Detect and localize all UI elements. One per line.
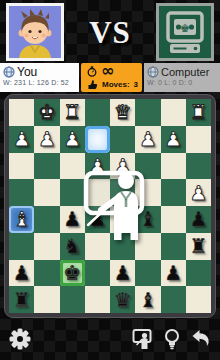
square-b2[interactable]: ♟ <box>161 126 186 153</box>
black-rook[interactable]: ♜ <box>9 286 34 313</box>
square-c5[interactable]: ♝ <box>135 206 160 233</box>
square-b5[interactable] <box>161 206 186 233</box>
square-g1[interactable]: ♚ <box>34 99 59 126</box>
white-pawn[interactable]: ♟ <box>34 126 59 153</box>
square-h2[interactable]: ♟ <box>9 126 34 153</box>
black-pawn[interactable]: ♟ <box>161 260 186 287</box>
square-g8[interactable] <box>34 286 59 313</box>
square-f6[interactable]: ♞ <box>60 233 85 260</box>
info-bar: You W: 231 L: 126 D: 52 ∞ Moves: 3 <box>0 63 220 92</box>
globe-icon <box>147 66 159 78</box>
opponent-stats: W: 0 L: 0 D: 0 <box>147 79 217 86</box>
square-d2[interactable] <box>110 126 135 153</box>
white-bishop[interactable]: ♝ <box>9 206 34 233</box>
square-a4[interactable]: ♟ <box>186 179 211 206</box>
square-d6[interactable] <box>110 233 135 260</box>
square-f4[interactable] <box>60 179 85 206</box>
square-f3[interactable] <box>60 153 85 180</box>
board-frame: ♚♜♛♜♟♟♟♟♟♟♟♟♝♟♟♝♟♞♜♟♚♟♟♜♛♝ <box>4 94 216 318</box>
player-name: You <box>17 65 37 79</box>
square-g7[interactable] <box>34 260 59 287</box>
square-d8[interactable]: ♛ <box>110 286 135 313</box>
square-e1[interactable] <box>85 99 110 126</box>
gear-icon <box>9 328 31 350</box>
player-stats: W: 231 L: 126 D: 52 <box>3 79 76 86</box>
white-pawn[interactable]: ♟ <box>135 126 160 153</box>
undo-button[interactable] <box>190 328 212 350</box>
square-a7[interactable] <box>186 260 211 287</box>
player-card: You W: 231 L: 126 D: 52 <box>0 63 79 92</box>
black-knight[interactable]: ♞ <box>60 233 85 260</box>
square-d1[interactable]: ♛ <box>110 99 135 126</box>
moves-value: 3 <box>134 80 138 89</box>
square-e4[interactable] <box>85 179 110 206</box>
square-h5[interactable]: ♝ <box>9 206 34 233</box>
white-pawn[interactable]: ♟ <box>110 153 135 180</box>
black-bishop[interactable]: ♝ <box>135 286 160 313</box>
square-d4[interactable] <box>110 179 135 206</box>
bottom-toolbar <box>0 318 220 360</box>
square-e6[interactable] <box>85 233 110 260</box>
square-e8[interactable] <box>85 286 110 313</box>
white-rook[interactable]: ♜ <box>186 99 211 126</box>
square-g2[interactable]: ♟ <box>34 126 59 153</box>
square-c7[interactable] <box>135 260 160 287</box>
square-e5[interactable]: ♟ <box>85 206 110 233</box>
square-b1[interactable] <box>161 99 186 126</box>
computer-avatar: ♚ <box>156 3 214 61</box>
square-g6[interactable] <box>34 233 59 260</box>
white-rook[interactable]: ♜ <box>60 99 85 126</box>
svg-text:♚: ♚ <box>180 22 190 35</box>
square-b6[interactable] <box>161 233 186 260</box>
white-king[interactable]: ♚ <box>34 99 59 126</box>
square-e7[interactable] <box>85 260 110 287</box>
square-a5[interactable]: ♟ <box>186 206 211 233</box>
hand-icon <box>87 79 98 90</box>
square-a3[interactable] <box>186 153 211 180</box>
stopwatch-icon <box>87 66 97 77</box>
square-b3[interactable] <box>161 153 186 180</box>
square-h8[interactable]: ♜ <box>9 286 34 313</box>
black-queen[interactable]: ♛ <box>110 286 135 313</box>
chess-app: VS ♚ You <box>0 0 220 360</box>
globe-icon <box>3 66 15 78</box>
black-rook[interactable]: ♜ <box>186 233 211 260</box>
black-pawn[interactable]: ♟ <box>9 260 34 287</box>
square-c3[interactable] <box>135 153 160 180</box>
white-pawn[interactable]: ♟ <box>60 126 85 153</box>
square-h3[interactable] <box>9 153 34 180</box>
white-queen[interactable]: ♛ <box>110 99 135 126</box>
square-c6[interactable] <box>135 233 160 260</box>
white-pawn[interactable]: ♟ <box>161 126 186 153</box>
black-bishop[interactable]: ♝ <box>135 206 160 233</box>
black-king[interactable]: ♚ <box>60 260 85 287</box>
square-b8[interactable] <box>161 286 186 313</box>
square-a6[interactable]: ♜ <box>186 233 211 260</box>
square-h6[interactable] <box>9 233 34 260</box>
square-c2[interactable]: ♟ <box>135 126 160 153</box>
white-pawn[interactable]: ♟ <box>186 179 211 206</box>
tutor-board-icon <box>132 328 154 350</box>
square-a2[interactable] <box>186 126 211 153</box>
hint-button[interactable] <box>161 328 183 350</box>
black-pawn[interactable]: ♟ <box>85 206 110 233</box>
opponent-name: Computer <box>161 66 209 78</box>
square-c4[interactable] <box>135 179 160 206</box>
square-g3[interactable] <box>34 153 59 180</box>
white-pawn[interactable]: ♟ <box>85 153 110 180</box>
square-f5[interactable]: ♟ <box>60 206 85 233</box>
white-pawn[interactable]: ♟ <box>9 126 34 153</box>
square-g5[interactable] <box>34 206 59 233</box>
chess-board: ♚♜♛♜♟♟♟♟♟♟♟♟♝♟♟♝♟♞♜♟♚♟♟♜♛♝ <box>9 99 211 313</box>
square-d3[interactable]: ♟ <box>110 153 135 180</box>
square-f1[interactable]: ♜ <box>60 99 85 126</box>
square-c8[interactable]: ♝ <box>135 286 160 313</box>
settings-button[interactable] <box>9 328 31 350</box>
square-g4[interactable] <box>34 179 59 206</box>
black-pawn[interactable]: ♟ <box>110 260 135 287</box>
header: VS ♚ <box>0 0 220 63</box>
square-b7[interactable]: ♟ <box>161 260 186 287</box>
infinite-time-symbol: ∞ <box>101 65 114 77</box>
square-b4[interactable] <box>161 179 186 206</box>
square-e3[interactable]: ♟ <box>85 153 110 180</box>
square-f7[interactable]: ♚ <box>60 260 85 287</box>
timer-moves-card: ∞ Moves: 3 <box>81 63 142 92</box>
square-c1[interactable] <box>135 99 160 126</box>
square-h1[interactable] <box>9 99 34 126</box>
square-h4[interactable] <box>9 179 34 206</box>
square-a8[interactable] <box>186 286 211 313</box>
square-f2[interactable]: ♟ <box>60 126 85 153</box>
square-d5[interactable] <box>110 206 135 233</box>
moves-label: Moves: <box>102 80 130 89</box>
square-h7[interactable]: ♟ <box>9 260 34 287</box>
black-pawn[interactable]: ♟ <box>60 206 85 233</box>
undo-arrow-icon <box>190 328 212 350</box>
square-e2[interactable] <box>85 126 110 153</box>
lightbulb-icon <box>161 328 183 350</box>
opponent-card: Computer W: 0 L: 0 D: 0 <box>144 63 220 92</box>
black-pawn[interactable]: ♟ <box>186 206 211 233</box>
square-a1[interactable]: ♜ <box>186 99 211 126</box>
square-f8[interactable] <box>60 286 85 313</box>
tutor-button[interactable] <box>132 328 154 350</box>
square-d7[interactable]: ♟ <box>110 260 135 287</box>
computer-avatar-image: ♚ <box>159 6 211 58</box>
